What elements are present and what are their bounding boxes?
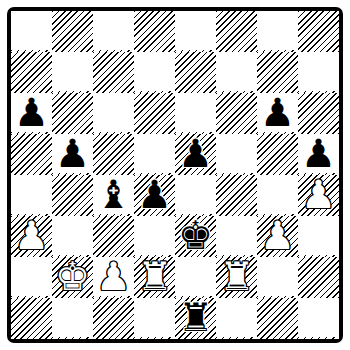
square-d8[interactable] — [134, 11, 175, 52]
white-rook[interactable]: ♜ — [137, 257, 172, 296]
square-b7[interactable] — [52, 52, 93, 93]
black-bishop[interactable]: ♝ — [96, 175, 131, 214]
square-d3[interactable] — [134, 216, 175, 257]
square-e7[interactable] — [175, 52, 216, 93]
square-g1[interactable] — [257, 298, 298, 339]
square-a3[interactable]: ♟ — [11, 216, 52, 257]
square-d7[interactable] — [134, 52, 175, 93]
white-king[interactable]: ♚ — [55, 257, 90, 296]
square-h4[interactable]: ♟ — [298, 175, 339, 216]
black-rook[interactable]: ♜ — [178, 298, 213, 337]
square-b6[interactable] — [52, 93, 93, 134]
square-b3[interactable] — [52, 216, 93, 257]
black-pawn[interactable]: ♟ — [260, 93, 295, 132]
square-f8[interactable] — [216, 11, 257, 52]
square-f7[interactable] — [216, 52, 257, 93]
chess-diagram: ♟♟♟♟♟♝♟♟♟♚♟♚♟♜♜♜ — [0, 0, 350, 350]
black-pawn[interactable]: ♟ — [178, 134, 213, 173]
square-h8[interactable] — [298, 11, 339, 52]
square-b4[interactable] — [52, 175, 93, 216]
square-b2[interactable]: ♚ — [52, 257, 93, 298]
square-c5[interactable] — [93, 134, 134, 175]
square-g6[interactable]: ♟ — [257, 93, 298, 134]
square-c7[interactable] — [93, 52, 134, 93]
white-pawn[interactable]: ♟ — [301, 175, 336, 214]
square-d1[interactable] — [134, 298, 175, 339]
square-g7[interactable] — [257, 52, 298, 93]
square-c4[interactable]: ♝ — [93, 175, 134, 216]
square-f1[interactable] — [216, 298, 257, 339]
square-e3[interactable]: ♚ — [175, 216, 216, 257]
square-e1[interactable]: ♜ — [175, 298, 216, 339]
white-rook[interactable]: ♜ — [219, 257, 254, 296]
square-e8[interactable] — [175, 11, 216, 52]
square-c2[interactable]: ♟ — [93, 257, 134, 298]
square-a7[interactable] — [11, 52, 52, 93]
square-a4[interactable] — [11, 175, 52, 216]
square-h2[interactable] — [298, 257, 339, 298]
square-f4[interactable] — [216, 175, 257, 216]
square-c3[interactable] — [93, 216, 134, 257]
square-g3[interactable]: ♟ — [257, 216, 298, 257]
black-pawn[interactable]: ♟ — [137, 175, 172, 214]
black-king[interactable]: ♚ — [178, 216, 213, 255]
square-e4[interactable] — [175, 175, 216, 216]
square-a6[interactable]: ♟ — [11, 93, 52, 134]
square-h7[interactable] — [298, 52, 339, 93]
white-pawn[interactable]: ♟ — [96, 257, 131, 296]
square-e2[interactable] — [175, 257, 216, 298]
square-h5[interactable]: ♟ — [298, 134, 339, 175]
square-d4[interactable]: ♟ — [134, 175, 175, 216]
square-g5[interactable] — [257, 134, 298, 175]
square-f5[interactable] — [216, 134, 257, 175]
square-b8[interactable] — [52, 11, 93, 52]
white-pawn[interactable]: ♟ — [14, 216, 49, 255]
square-a8[interactable] — [11, 11, 52, 52]
square-e5[interactable]: ♟ — [175, 134, 216, 175]
square-c8[interactable] — [93, 11, 134, 52]
square-f2[interactable]: ♜ — [216, 257, 257, 298]
square-d6[interactable] — [134, 93, 175, 134]
square-h3[interactable] — [298, 216, 339, 257]
chess-board: ♟♟♟♟♟♝♟♟♟♚♟♚♟♜♜♜ — [11, 11, 339, 339]
square-f3[interactable] — [216, 216, 257, 257]
white-pawn[interactable]: ♟ — [260, 216, 295, 255]
square-b5[interactable]: ♟ — [52, 134, 93, 175]
square-d2[interactable]: ♜ — [134, 257, 175, 298]
square-h1[interactable] — [298, 298, 339, 339]
square-b1[interactable] — [52, 298, 93, 339]
board-frame: ♟♟♟♟♟♝♟♟♟♚♟♚♟♜♜♜ — [7, 7, 343, 343]
square-a1[interactable] — [11, 298, 52, 339]
black-pawn[interactable]: ♟ — [301, 134, 336, 173]
square-g2[interactable] — [257, 257, 298, 298]
square-c6[interactable] — [93, 93, 134, 134]
black-pawn[interactable]: ♟ — [14, 93, 49, 132]
square-a5[interactable] — [11, 134, 52, 175]
black-pawn[interactable]: ♟ — [55, 134, 90, 173]
square-f6[interactable] — [216, 93, 257, 134]
square-a2[interactable] — [11, 257, 52, 298]
square-d5[interactable] — [134, 134, 175, 175]
square-h6[interactable] — [298, 93, 339, 134]
square-c1[interactable] — [93, 298, 134, 339]
square-g8[interactable] — [257, 11, 298, 52]
square-g4[interactable] — [257, 175, 298, 216]
square-e6[interactable] — [175, 93, 216, 134]
